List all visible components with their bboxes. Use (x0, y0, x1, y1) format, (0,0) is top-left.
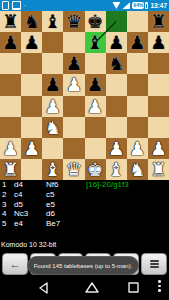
square-b8[interactable]: ♞ (21, 11, 42, 32)
phone-screen: - 94% 13:47 ♜♞♝♛♚♜♟♟♝♟♟♟♟♞♟♟♟♟♟♞♟♟♟♟♟♜♝♛… (0, 0, 169, 300)
square-g2[interactable]: ♟ (127, 138, 148, 159)
nav-home-icon[interactable] (84, 281, 100, 295)
square-g7[interactable]: ♟ (127, 32, 148, 53)
square-g4[interactable] (127, 96, 148, 117)
square-b1[interactable] (21, 159, 42, 180)
square-e8[interactable]: ♚ (85, 11, 106, 32)
back-move-button[interactable]: ← (2, 253, 28, 275)
white-move[interactable]: c4 (14, 190, 22, 200)
hamburger-icon (150, 260, 159, 268)
square-c6[interactable] (42, 53, 63, 74)
piece-black-queen: ♛ (66, 11, 83, 32)
piece-black-rook: ♜ (2, 11, 19, 32)
square-h4[interactable] (148, 96, 169, 117)
square-e6[interactable] (85, 53, 106, 74)
piece-white-pawn: ♟ (108, 138, 125, 159)
square-f3[interactable] (106, 117, 127, 138)
square-f1[interactable]: ♝ (106, 159, 127, 180)
move-row[interactable]: 5 e4 Be7 (0, 219, 169, 229)
white-move[interactable]: Nc3 (14, 209, 28, 219)
piece-black-king: ♚ (87, 11, 104, 32)
piece-black-pawn: ♟ (87, 74, 104, 95)
square-d2[interactable] (63, 138, 84, 159)
android-nav-bar (0, 277, 169, 300)
square-c2[interactable] (42, 138, 63, 159)
square-a7[interactable]: ♟ (0, 32, 21, 53)
square-d1[interactable]: ♛ (63, 159, 84, 180)
piece-white-queen: ♛ (66, 159, 83, 180)
black-move[interactable]: e5 (46, 200, 55, 210)
square-g5[interactable] (127, 74, 148, 95)
engine-eval: [16]-20/g1f3 (86, 180, 129, 190)
move-row[interactable]: 2 c4 c5 (0, 190, 169, 200)
square-e4[interactable]: ♟ (85, 96, 106, 117)
black-move[interactable]: c5 (46, 190, 54, 200)
square-f7[interactable]: ♟ (106, 32, 127, 53)
device-icon (12, 1, 21, 10)
move-number: 1 (2, 180, 6, 190)
piece-white-pawn: ♟ (45, 96, 62, 117)
square-f6[interactable]: ♞ (106, 53, 127, 74)
piece-black-bishop: ♝ (87, 32, 104, 53)
piece-black-pawn: ♟ (23, 32, 40, 53)
piece-black-bishop: ♝ (45, 11, 62, 32)
move-number: 4 (2, 209, 6, 219)
toast-notification: Found 145 tablebases (up to 5-man). (27, 256, 139, 275)
piece-white-king: ♚ (87, 159, 104, 180)
piece-black-pawn: ♟ (108, 32, 125, 53)
square-e2[interactable] (85, 138, 106, 159)
white-move[interactable]: d4 (14, 180, 23, 190)
piece-black-pawn: ♟ (129, 32, 146, 53)
piece-white-pawn: ♟ (23, 138, 40, 159)
square-b2[interactable]: ♟ (21, 138, 42, 159)
square-h2[interactable]: ♟ (148, 138, 169, 159)
square-g8[interactable] (127, 11, 148, 32)
piece-black-knight: ♞ (108, 53, 125, 74)
square-c8[interactable]: ♝ (42, 11, 63, 32)
menu-button[interactable] (141, 253, 167, 275)
piece-white-knight: ♞ (129, 159, 146, 180)
square-c7[interactable] (42, 32, 63, 53)
square-g3[interactable] (127, 117, 148, 138)
square-a8[interactable]: ♜ (0, 11, 21, 32)
move-number: 5 (2, 219, 6, 229)
status-time: 13:47 (150, 2, 167, 9)
square-h5[interactable] (148, 74, 169, 95)
square-a3[interactable] (0, 117, 21, 138)
piece-white-pawn: ♟ (129, 138, 146, 159)
square-a6[interactable] (0, 53, 21, 74)
square-h3[interactable] (148, 117, 169, 138)
piece-white-rook: ♜ (2, 159, 19, 180)
piece-white-rook: ♜ (150, 159, 167, 180)
piece-white-bishop: ♝ (45, 159, 62, 180)
black-move[interactable]: Nf6 (46, 180, 58, 190)
move-row[interactable]: 4 Nc3 d6 (0, 209, 169, 219)
square-h8[interactable]: ♜ (148, 11, 169, 32)
square-d4[interactable] (63, 96, 84, 117)
move-row[interactable]: 1 d4 Nf6 [16]-20/g1f3 (0, 180, 169, 190)
piece-white-pawn: ♟ (150, 138, 167, 159)
square-d6[interactable]: ♟ (63, 53, 84, 74)
square-c1[interactable]: ♝ (42, 159, 63, 180)
piece-white-pawn: ♟ (2, 138, 19, 159)
signal-icon (122, 2, 130, 9)
square-f4[interactable] (106, 96, 127, 117)
square-h6[interactable] (148, 53, 169, 74)
white-move[interactable]: d5 (14, 200, 23, 210)
chess-board[interactable]: ♜♞♝♛♚♜♟♟♝♟♟♟♟♞♟♟♟♟♟♞♟♟♟♟♟♜♝♛♚♝♞♜ (0, 11, 169, 180)
square-e7[interactable]: ♝ (85, 32, 106, 53)
battery-icon: 94% (132, 2, 144, 9)
piece-black-pawn: ♟ (150, 32, 167, 53)
square-b7[interactable]: ♟ (21, 32, 42, 53)
square-b6[interactable] (21, 53, 42, 74)
black-move[interactable]: Be7 (46, 219, 60, 229)
white-move[interactable]: e4 (14, 219, 23, 229)
square-h1[interactable]: ♜ (148, 159, 169, 180)
square-e3[interactable] (85, 117, 106, 138)
square-a5[interactable] (0, 74, 21, 95)
square-d5[interactable]: ♟ (63, 74, 84, 95)
move-row[interactable]: 3 d5 e5 (0, 200, 169, 210)
square-e1[interactable]: ♚ (85, 159, 106, 180)
nav-back-icon[interactable] (37, 281, 50, 295)
square-c5[interactable]: ♟ (42, 74, 63, 95)
piece-black-knight: ♞ (23, 11, 40, 32)
square-f2[interactable]: ♟ (106, 138, 127, 159)
piece-white-pawn: ♟ (87, 96, 104, 117)
square-h7[interactable]: ♟ (148, 32, 169, 53)
status-bar: - 94% 13:47 (0, 0, 169, 11)
square-b3[interactable] (21, 117, 42, 138)
status-left-icons: - (2, 1, 26, 10)
black-move[interactable]: d6 (46, 209, 55, 219)
status-right-icons: 94% 13:47 (112, 1, 167, 10)
square-b4[interactable] (21, 96, 42, 117)
square-g1[interactable]: ♞ (127, 159, 148, 180)
square-g6[interactable] (127, 53, 148, 74)
square-d8[interactable]: ♛ (63, 11, 84, 32)
toast-message: Found 145 tablebases (up to 5-man). (34, 263, 133, 269)
square-f8[interactable] (106, 11, 127, 32)
piece-white-bishop: ♝ (108, 159, 125, 180)
move-number: 2 (2, 190, 6, 200)
move-list: 1 d4 Nf6 [16]-20/g1f3 2 c4 c5 3 d5 e5 4 … (0, 180, 169, 239)
dash-icon: - (24, 1, 26, 10)
piece-black-pawn: ♟ (45, 74, 62, 95)
piece-white-knight: ♞ (45, 117, 62, 138)
square-a1[interactable]: ♜ (0, 159, 21, 180)
square-c3[interactable]: ♞ (42, 117, 63, 138)
square-d3[interactable] (63, 117, 84, 138)
square-d7[interactable] (63, 32, 84, 53)
piece-black-pawn: ♟ (66, 53, 83, 74)
nav-overflow-menu-icon[interactable] (158, 280, 161, 292)
square-b5[interactable] (21, 74, 42, 95)
nav-recents-icon[interactable] (127, 281, 140, 295)
square-c4[interactable]: ♟ (42, 96, 63, 117)
piece-black-rook: ♜ (150, 11, 167, 32)
piece-black-pawn: ♟ (2, 32, 19, 53)
notification-icon (2, 1, 9, 10)
engine-name: Komodo 10 32-bit (1, 239, 168, 250)
square-a2[interactable]: ♟ (0, 138, 21, 159)
piece-white-pawn: ♟ (66, 74, 83, 95)
square-a4[interactable] (0, 96, 21, 117)
wifi-icon (112, 2, 120, 9)
square-e5[interactable]: ♟ (85, 74, 106, 95)
square-f5[interactable] (106, 74, 127, 95)
back-arrow-icon: ← (9, 258, 20, 270)
move-number: 3 (2, 200, 6, 210)
battery-nub-icon (145, 2, 148, 9)
